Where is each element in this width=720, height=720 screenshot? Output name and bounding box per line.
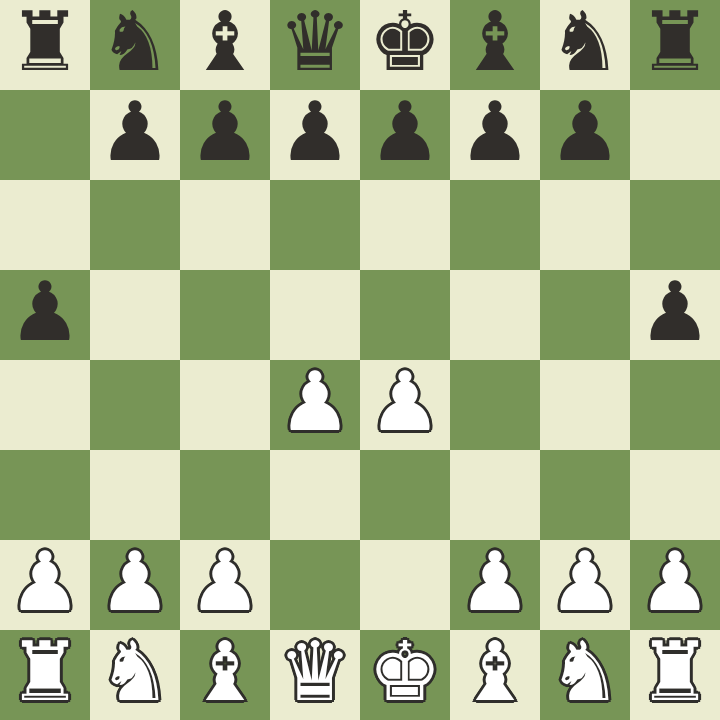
square-h6[interactable] [630,180,720,270]
black-bishop-f8[interactable]: ♝ [458,0,532,87]
square-g5[interactable] [540,270,630,360]
square-h8[interactable]: ♜ [630,0,720,90]
white-pawn-c2[interactable]: ♟ [188,537,262,627]
square-e2[interactable] [360,540,450,630]
square-c6[interactable] [180,180,270,270]
black-rook-h8[interactable]: ♜ [638,0,712,87]
white-bishop-c1[interactable]: ♝ [188,627,262,717]
black-pawn-h5[interactable]: ♟ [638,267,712,357]
square-d1[interactable]: ♛ [270,630,360,720]
white-knight-g1[interactable]: ♞ [548,627,622,717]
square-e3[interactable] [360,450,450,540]
square-h7[interactable] [630,90,720,180]
white-knight-b1[interactable]: ♞ [98,627,172,717]
white-pawn-e4[interactable]: ♟ [368,357,442,447]
white-pawn-b2[interactable]: ♟ [98,537,172,627]
square-d2[interactable] [270,540,360,630]
square-g3[interactable] [540,450,630,540]
black-bishop-c8[interactable]: ♝ [188,0,262,87]
square-d5[interactable] [270,270,360,360]
square-a5[interactable]: ♟ [0,270,90,360]
black-pawn-a5[interactable]: ♟ [8,267,82,357]
square-e7[interactable]: ♟ [360,90,450,180]
square-g4[interactable] [540,360,630,450]
black-pawn-e7[interactable]: ♟ [368,87,442,177]
square-e5[interactable] [360,270,450,360]
square-a4[interactable] [0,360,90,450]
square-f8[interactable]: ♝ [450,0,540,90]
square-a3[interactable] [0,450,90,540]
square-g2[interactable]: ♟ [540,540,630,630]
square-b2[interactable]: ♟ [90,540,180,630]
square-b3[interactable] [90,450,180,540]
square-b6[interactable] [90,180,180,270]
square-f7[interactable]: ♟ [450,90,540,180]
square-d6[interactable] [270,180,360,270]
square-h3[interactable] [630,450,720,540]
black-knight-g8[interactable]: ♞ [548,0,622,87]
square-d7[interactable]: ♟ [270,90,360,180]
square-h5[interactable]: ♟ [630,270,720,360]
black-pawn-b7[interactable]: ♟ [98,87,172,177]
square-h2[interactable]: ♟ [630,540,720,630]
black-king-e8[interactable]: ♚ [368,0,442,87]
square-c4[interactable] [180,360,270,450]
square-f3[interactable] [450,450,540,540]
square-b1[interactable]: ♞ [90,630,180,720]
square-c2[interactable]: ♟ [180,540,270,630]
white-pawn-g2[interactable]: ♟ [548,537,622,627]
square-c1[interactable]: ♝ [180,630,270,720]
square-c8[interactable]: ♝ [180,0,270,90]
square-b7[interactable]: ♟ [90,90,180,180]
square-g7[interactable]: ♟ [540,90,630,180]
square-d3[interactable] [270,450,360,540]
square-a6[interactable] [0,180,90,270]
white-queen-d1[interactable]: ♛ [278,627,352,717]
white-rook-a1[interactable]: ♜ [8,627,82,717]
square-e1[interactable]: ♚ [360,630,450,720]
square-f4[interactable] [450,360,540,450]
square-g6[interactable] [540,180,630,270]
square-h1[interactable]: ♜ [630,630,720,720]
black-pawn-g7[interactable]: ♟ [548,87,622,177]
black-pawn-f7[interactable]: ♟ [458,87,532,177]
white-pawn-h2[interactable]: ♟ [638,537,712,627]
square-e6[interactable] [360,180,450,270]
square-c7[interactable]: ♟ [180,90,270,180]
white-king-e1[interactable]: ♚ [368,627,442,717]
square-c3[interactable] [180,450,270,540]
square-g8[interactable]: ♞ [540,0,630,90]
square-a8[interactable]: ♜ [0,0,90,90]
black-pawn-d7[interactable]: ♟ [278,87,352,177]
white-pawn-a2[interactable]: ♟ [8,537,82,627]
square-f6[interactable] [450,180,540,270]
white-pawn-d4[interactable]: ♟ [278,357,352,447]
black-pawn-c7[interactable]: ♟ [188,87,262,177]
square-f1[interactable]: ♝ [450,630,540,720]
square-b5[interactable] [90,270,180,360]
square-e8[interactable]: ♚ [360,0,450,90]
square-c5[interactable] [180,270,270,360]
square-f2[interactable]: ♟ [450,540,540,630]
black-knight-b8[interactable]: ♞ [98,0,172,87]
square-a7[interactable] [0,90,90,180]
square-f5[interactable] [450,270,540,360]
white-rook-h1[interactable]: ♜ [638,627,712,717]
square-b8[interactable]: ♞ [90,0,180,90]
square-a2[interactable]: ♟ [0,540,90,630]
square-e4[interactable]: ♟ [360,360,450,450]
square-h4[interactable] [630,360,720,450]
square-b4[interactable] [90,360,180,450]
square-a1[interactable]: ♜ [0,630,90,720]
chess-board: ♜♞♝♛♚♝♞♜♟♟♟♟♟♟♟♟♟♟♟♟♟♟♟♟♜♞♝♛♚♝♞♜ [0,0,720,720]
black-rook-a8[interactable]: ♜ [8,0,82,87]
square-g1[interactable]: ♞ [540,630,630,720]
black-queen-d8[interactable]: ♛ [278,0,352,87]
white-bishop-f1[interactable]: ♝ [458,627,532,717]
square-d8[interactable]: ♛ [270,0,360,90]
square-d4[interactable]: ♟ [270,360,360,450]
white-pawn-f2[interactable]: ♟ [458,537,532,627]
